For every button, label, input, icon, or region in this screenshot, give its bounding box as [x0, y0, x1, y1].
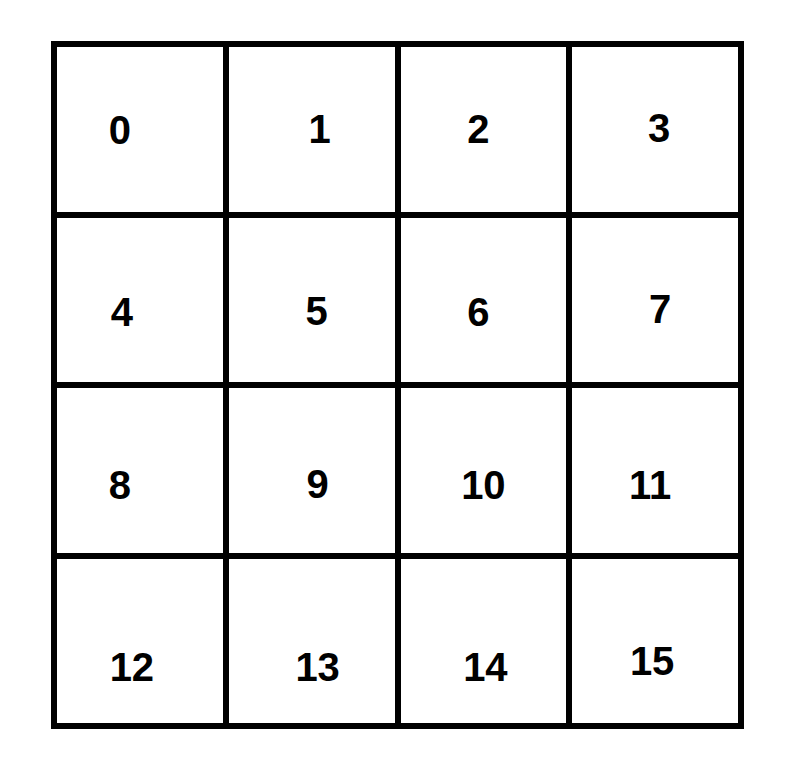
cell-number: 4 — [111, 292, 133, 332]
cell-5[interactable]: 5 — [229, 218, 395, 383]
cell-4[interactable]: 4 — [57, 218, 223, 383]
cell-0[interactable]: 0 — [57, 47, 223, 212]
cell-number: 0 — [109, 110, 131, 150]
cell-number: 8 — [109, 465, 131, 505]
page-background: 0 1 2 3 4 5 6 7 8 9 10 11 12 13 14 15 — [0, 0, 800, 782]
cell-6[interactable]: 6 — [401, 218, 567, 383]
cell-9[interactable]: 9 — [229, 388, 395, 553]
cell-number: 3 — [648, 108, 670, 148]
cell-number: 5 — [306, 291, 328, 331]
cell-15[interactable]: 15 — [572, 559, 738, 724]
cell-1[interactable]: 1 — [229, 47, 395, 212]
cell-number: 9 — [307, 464, 329, 504]
cell-number: 14 — [463, 647, 508, 687]
cell-number: 15 — [630, 641, 675, 681]
cell-8[interactable]: 8 — [57, 388, 223, 553]
cell-number: 12 — [110, 647, 155, 687]
cell-number: 2 — [467, 109, 489, 149]
cell-number: 10 — [461, 465, 506, 505]
cell-number: 11 — [629, 465, 671, 505]
cell-10[interactable]: 10 — [401, 388, 567, 553]
cell-7[interactable]: 7 — [572, 218, 738, 383]
cell-13[interactable]: 13 — [229, 559, 395, 724]
cell-2[interactable]: 2 — [401, 47, 567, 212]
cell-11[interactable]: 11 — [572, 388, 738, 553]
cell-number: 7 — [649, 289, 671, 329]
grid-board: 0 1 2 3 4 5 6 7 8 9 10 11 12 13 14 15 — [51, 41, 744, 729]
cell-number: 13 — [295, 647, 340, 687]
cell-number: 1 — [309, 109, 331, 149]
cell-3[interactable]: 3 — [572, 47, 738, 212]
cell-14[interactable]: 14 — [401, 559, 567, 724]
cell-number: 6 — [467, 292, 489, 332]
cell-12[interactable]: 12 — [57, 559, 223, 724]
